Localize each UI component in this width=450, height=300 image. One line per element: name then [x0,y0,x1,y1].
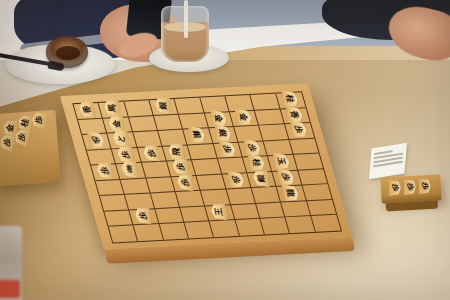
square-r8c9[interactable] [307,200,337,217]
bottle-label [0,280,20,298]
piece-sente-r5c2[interactable]: 成香 [122,161,140,179]
square-r5c9[interactable] [294,154,324,171]
piece-sente-r3c2[interactable]: と [113,130,131,148]
square-r1c9[interactable]: 桂 [276,92,306,109]
captured-left-1[interactable]: 金 [3,119,19,137]
pastry-center [56,46,80,60]
piece-gote-r2c7[interactable]: 金 [235,108,253,126]
piece-sente-r8c5[interactable]: 王 [210,203,228,221]
board-grid: 香馬銀桂金金金香歩と銀銀歩歩歩飛歩歩歩成香歩桂玉歩歩銀歩龍歩王 [72,91,342,243]
piece-gote-r6c8[interactable]: 歩 [277,169,296,186]
captured-right-3[interactable]: 歩 [419,178,431,194]
info-card [369,143,407,179]
piece-sente-r4c4[interactable]: 飛 [168,142,185,160]
shogi-board: 香馬銀桂金金金香歩と銀銀歩歩歩飛歩歩歩成香歩桂玉歩歩銀歩龍歩王 [60,83,352,250]
captured-left-3[interactable]: 歩 [31,111,48,130]
piece-sente-r4c3[interactable]: 歩 [142,144,160,162]
piece-gote-r3c1[interactable]: 歩 [87,132,106,149]
piece-gote-r5c8[interactable]: 玉 [273,153,292,170]
piece-sente-r2c2[interactable]: 金 [108,115,126,133]
piece-sente-r8c2[interactable]: 歩 [135,207,153,225]
piece-gote-r3c9[interactable]: 歩 [290,121,308,139]
square-r9c9[interactable] [311,215,341,232]
captured-right-1[interactable]: 歩 [389,180,401,196]
piece-sente-r6c4[interactable]: 歩 [177,173,194,191]
piece-gote-r1c9[interactable]: 桂 [281,90,299,108]
piece-gote-r6c6[interactable]: 歩 [227,171,244,189]
piece-gote-r7c8[interactable]: 龍 [281,184,300,201]
piece-sente-r1c4[interactable]: 銀 [155,96,172,114]
piece-gote-r3c6[interactable]: 銀 [214,124,231,142]
cafe-shogi-photo: 香馬銀桂金金金香歩と銀銀歩歩歩飛歩歩歩成香歩桂玉歩歩銀歩龍歩王 金桂歩歩歩 歩歩… [0,0,450,300]
piece-sente-r1c2[interactable]: 馬 [104,99,122,117]
square-r6c9[interactable] [298,169,328,186]
piece-sente-r5c4[interactable]: 歩 [172,158,189,176]
square-r4c9[interactable] [289,138,319,155]
piece-gote-r5c7[interactable]: 桂 [248,154,266,172]
piece-sente-r4c2[interactable]: 歩 [117,145,135,163]
piece-gote-r2c6[interactable]: 金 [210,109,227,127]
captured-right-2[interactable]: 歩 [404,179,416,195]
milk-stream [184,0,188,38]
piece-gote-r3c5[interactable]: 銀 [188,126,206,144]
square-r3c9[interactable]: 歩 [285,123,315,140]
captured-left-2[interactable]: 桂 [16,113,34,132]
piece-sente-r1c1[interactable]: 香 [78,101,97,118]
komadai-left: 金桂歩歩歩 [0,110,60,186]
piece-gote-r4c6[interactable]: 歩 [218,140,235,158]
piece-gote-r2c9[interactable]: 香 [286,105,304,123]
square-r7c9[interactable] [302,184,332,201]
piece-gote-r4c7[interactable]: 歩 [243,139,261,157]
komadai-right: 歩歩歩 [380,174,441,203]
piece-sente-r6c7[interactable]: 銀 [252,169,270,187]
piece-sente-r5c1[interactable]: 歩 [96,162,115,179]
